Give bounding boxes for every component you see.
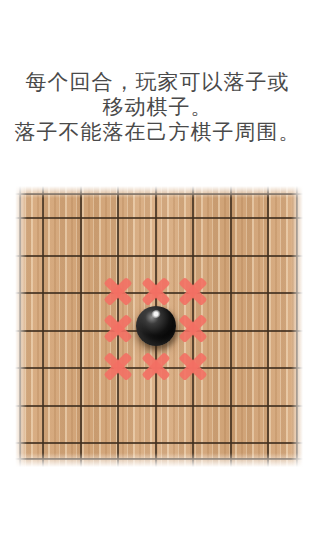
- grid-line-vertical: [267, 185, 269, 469]
- grid-line-vertical: [42, 185, 44, 469]
- stone-highlight: [150, 309, 162, 320]
- tutorial-text: 每个回合，玩家可以落子或 移动棋子。 落子不能落在己方棋子周围。: [0, 69, 315, 144]
- board-fade-bottom: [14, 453, 304, 469]
- tutorial-text-line2: 移动棋子。: [0, 94, 315, 119]
- grid-line-vertical: [230, 185, 232, 469]
- grid-line-vertical: [80, 185, 82, 469]
- grid-line-horizontal: [14, 193, 304, 195]
- grid-line-vertical: [296, 185, 298, 469]
- grid-line-horizontal: [14, 442, 304, 444]
- forbidden-x-icon: [102, 350, 134, 382]
- tutorial-text-line3: 落子不能落在己方棋子周围。: [0, 119, 315, 144]
- grid-line-horizontal: [14, 255, 304, 257]
- grid-line-horizontal: [14, 405, 304, 407]
- grid-line-vertical: [19, 185, 21, 469]
- grid-line-horizontal: [14, 458, 304, 460]
- tutorial-screen: 每个回合，玩家可以落子或 移动棋子。 落子不能落在己方棋子周围。: [0, 0, 315, 560]
- tutorial-text-line1: 每个回合，玩家可以落子或: [0, 69, 315, 94]
- forbidden-x-icon: [177, 350, 209, 382]
- forbidden-x-icon: [102, 313, 134, 345]
- black-stone: [136, 306, 176, 346]
- forbidden-x-icon: [177, 313, 209, 345]
- board-fade-top: [14, 185, 304, 198]
- forbidden-x-icon: [140, 275, 172, 307]
- forbidden-x-icon: [140, 350, 172, 382]
- forbidden-x-icon: [177, 275, 209, 307]
- forbidden-x-icon: [102, 275, 134, 307]
- board[interactable]: [14, 185, 304, 469]
- grid-line-horizontal: [14, 217, 304, 219]
